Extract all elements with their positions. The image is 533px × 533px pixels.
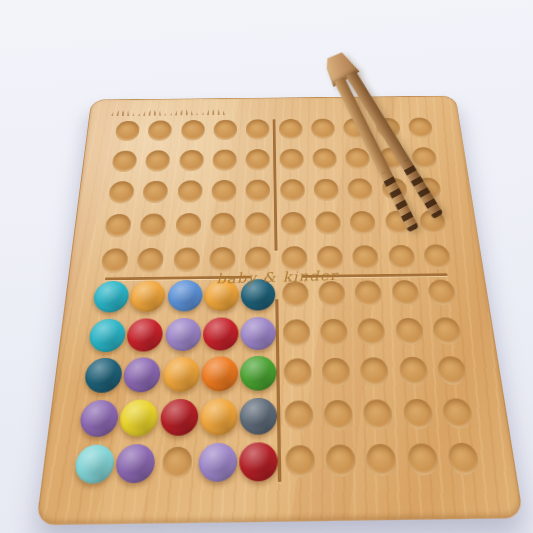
board-cell xyxy=(417,239,457,275)
board-cell xyxy=(241,115,274,145)
board-hole[interactable] xyxy=(407,118,433,138)
board-hole[interactable] xyxy=(246,212,271,236)
board-hole[interactable] xyxy=(447,442,480,474)
board-hole[interactable] xyxy=(312,148,337,169)
board-hole[interactable] xyxy=(101,248,129,273)
board-hole[interactable] xyxy=(246,120,269,140)
board-cell xyxy=(137,176,173,209)
felt-ball-dark-red[interactable] xyxy=(240,442,279,481)
board-hole[interactable] xyxy=(115,121,140,142)
board-cell xyxy=(198,395,239,439)
board-hole[interactable] xyxy=(246,180,271,202)
board-cell xyxy=(275,207,311,241)
board-hole[interactable] xyxy=(315,211,341,235)
board-cell xyxy=(165,277,204,315)
board-cell xyxy=(388,312,430,352)
board-hole[interactable] xyxy=(143,181,169,204)
board-cell xyxy=(278,352,318,394)
board-hole[interactable] xyxy=(314,179,340,201)
board-cell xyxy=(239,353,278,395)
board-cell xyxy=(103,177,140,210)
board-cell xyxy=(117,396,160,440)
felt-ball-orange[interactable] xyxy=(201,357,238,392)
board-cell xyxy=(95,243,134,279)
board-hole[interactable] xyxy=(246,149,270,170)
board-hole[interactable] xyxy=(402,399,434,430)
felt-ball-petrol-teal[interactable] xyxy=(84,358,124,393)
board-cell xyxy=(402,113,438,143)
board-hole[interactable] xyxy=(350,211,377,235)
board-cell xyxy=(440,435,487,482)
felt-ball-red[interactable] xyxy=(126,318,164,351)
felt-ball-slate-gray[interactable] xyxy=(240,398,278,435)
board-hole[interactable] xyxy=(357,318,386,345)
board-hole[interactable] xyxy=(391,280,420,306)
board-hole[interactable] xyxy=(436,357,467,386)
board-cell xyxy=(110,116,145,146)
board-cell xyxy=(274,144,308,175)
board-cell xyxy=(392,351,435,393)
board-hole[interactable] xyxy=(212,149,236,170)
board-cell xyxy=(316,352,357,394)
board-hole[interactable] xyxy=(175,213,201,237)
board-hole[interactable] xyxy=(441,398,473,428)
hole-grid xyxy=(72,113,487,487)
board-hole[interactable] xyxy=(211,180,236,202)
board-hole[interactable] xyxy=(363,399,394,430)
felt-ball-marigold[interactable] xyxy=(130,281,167,313)
board-hole[interactable] xyxy=(282,282,309,308)
board-cell xyxy=(306,114,340,144)
board-cell xyxy=(87,316,129,356)
felt-ball-cornflower-blue[interactable] xyxy=(167,280,203,312)
board-hole[interactable] xyxy=(360,358,390,387)
board-hole[interactable] xyxy=(279,119,303,139)
board-hole[interactable] xyxy=(105,214,132,238)
board-hole[interactable] xyxy=(311,119,335,139)
board-cell xyxy=(421,274,462,312)
board-hole[interactable] xyxy=(108,181,135,204)
felt-ball-purple[interactable] xyxy=(79,400,120,437)
board-hole[interactable] xyxy=(213,120,237,140)
board-cell xyxy=(106,146,142,177)
board-cell xyxy=(354,351,396,393)
board-cell xyxy=(342,174,379,207)
felt-ball-marigold[interactable] xyxy=(200,398,238,435)
board-cell xyxy=(170,208,207,242)
board-cell xyxy=(396,392,440,436)
board-cell xyxy=(163,315,203,355)
felt-ball-red[interactable] xyxy=(203,317,239,350)
board-cell xyxy=(200,353,240,395)
board-hole[interactable] xyxy=(283,359,312,388)
felt-ball-purple[interactable] xyxy=(115,444,156,483)
board-cell xyxy=(241,207,276,241)
board-cell xyxy=(205,208,241,242)
board-hole[interactable] xyxy=(354,281,382,307)
board-cell xyxy=(206,175,241,208)
board-hole[interactable] xyxy=(406,443,439,475)
board-hole[interactable] xyxy=(284,401,313,432)
board-cell xyxy=(134,208,171,242)
board-cell xyxy=(125,315,166,355)
board-hole[interactable] xyxy=(281,246,307,271)
felt-ball-yellow[interactable] xyxy=(119,399,159,436)
board-hole[interactable] xyxy=(398,357,429,386)
board-hole[interactable] xyxy=(181,120,205,140)
board-cell xyxy=(161,354,202,396)
board-hole[interactable] xyxy=(145,150,170,171)
board-hole[interactable] xyxy=(148,121,173,141)
board-cell xyxy=(278,394,319,438)
board-cell xyxy=(209,115,242,145)
board-cell xyxy=(426,311,469,351)
felt-ball-turquoise[interactable] xyxy=(92,281,130,313)
board-hole[interactable] xyxy=(112,151,138,172)
board-cell xyxy=(435,392,480,436)
board-cell xyxy=(274,115,307,145)
board-hole[interactable] xyxy=(394,318,424,345)
photo-scene: baby & kinder xyxy=(0,0,533,533)
board-hole[interactable] xyxy=(245,246,271,271)
board-cell xyxy=(360,436,404,483)
board-hole[interactable] xyxy=(352,245,380,270)
board-cell xyxy=(238,438,280,485)
board-cell xyxy=(275,175,310,208)
brand-engraving: baby & kinder xyxy=(216,267,338,287)
board-cell xyxy=(121,354,163,396)
board-hole[interactable] xyxy=(285,445,315,477)
felt-ball-lavender[interactable] xyxy=(241,317,277,350)
board-cell xyxy=(385,274,425,312)
board-cell xyxy=(317,393,359,437)
board-cell xyxy=(309,174,345,207)
board-cell xyxy=(239,314,277,354)
board-cell xyxy=(155,439,198,486)
felt-ball-purple[interactable] xyxy=(123,358,162,393)
board-hole[interactable] xyxy=(316,245,343,270)
board-cell xyxy=(172,176,208,209)
board-hole[interactable] xyxy=(161,446,192,478)
board-hole[interactable] xyxy=(177,181,202,203)
board-hole[interactable] xyxy=(280,212,306,236)
board-hole[interactable] xyxy=(140,214,167,238)
board-hole[interactable] xyxy=(280,180,305,202)
board-hole[interactable] xyxy=(387,245,415,270)
board-hole[interactable] xyxy=(279,149,303,170)
felt-ball-turquoise[interactable] xyxy=(88,319,127,352)
board-cell xyxy=(197,439,239,486)
board-cell xyxy=(201,314,240,354)
board-cell xyxy=(351,312,392,352)
board-hole[interactable] xyxy=(347,179,373,201)
board-hole[interactable] xyxy=(431,317,461,344)
board-cell xyxy=(143,116,178,146)
board-hole[interactable] xyxy=(427,280,457,306)
board-cell xyxy=(72,440,118,487)
board-cell xyxy=(279,438,321,485)
felt-ball-dark-red[interactable] xyxy=(159,399,198,436)
board-hole[interactable] xyxy=(325,444,356,476)
board-hole[interactable] xyxy=(321,358,350,387)
board-cell xyxy=(307,144,342,175)
board-hole[interactable] xyxy=(179,150,204,171)
felt-ball-marigold[interactable] xyxy=(162,357,200,392)
board-cell xyxy=(277,313,316,353)
board-hole[interactable] xyxy=(323,400,353,431)
felt-ball-lavender[interactable] xyxy=(198,442,237,481)
board-hole[interactable] xyxy=(320,319,348,346)
board-hole[interactable] xyxy=(210,213,236,237)
board-hole[interactable] xyxy=(423,244,452,269)
board-cell xyxy=(349,275,389,313)
board-hole[interactable] xyxy=(137,248,164,273)
board-hole[interactable] xyxy=(318,281,346,307)
board-cell xyxy=(176,116,210,146)
board-cell xyxy=(82,355,125,397)
felt-ball-lavender[interactable] xyxy=(164,318,201,351)
board-hole[interactable] xyxy=(282,319,310,346)
board-cell xyxy=(174,145,209,176)
board-cell xyxy=(430,350,474,392)
board-cell xyxy=(310,206,347,240)
board-hole[interactable] xyxy=(366,444,398,476)
board-hole[interactable] xyxy=(209,247,235,272)
board-cell xyxy=(91,278,131,316)
felt-ball-pale-aqua[interactable] xyxy=(74,444,116,483)
board-cell xyxy=(241,144,275,175)
board-cell xyxy=(400,436,446,483)
board-cell xyxy=(128,278,168,316)
board-cell xyxy=(140,145,176,176)
board-cell xyxy=(347,240,386,276)
board-cell xyxy=(382,239,421,275)
peg-board: baby & kinder xyxy=(36,96,523,526)
board-cell xyxy=(208,145,242,176)
felt-ball-green[interactable] xyxy=(240,356,277,391)
board-cell xyxy=(158,395,200,439)
board-cell xyxy=(319,437,362,484)
board-cell xyxy=(314,313,354,353)
board-cell xyxy=(77,396,121,440)
board-cell xyxy=(99,209,137,243)
board-cell xyxy=(131,242,169,278)
board-cell xyxy=(113,440,157,487)
board-hole[interactable] xyxy=(173,247,200,272)
board-cell xyxy=(241,175,275,208)
board-cell xyxy=(357,393,400,437)
board-cell xyxy=(344,206,382,240)
board-cell xyxy=(239,394,279,438)
board-cell xyxy=(168,242,206,278)
